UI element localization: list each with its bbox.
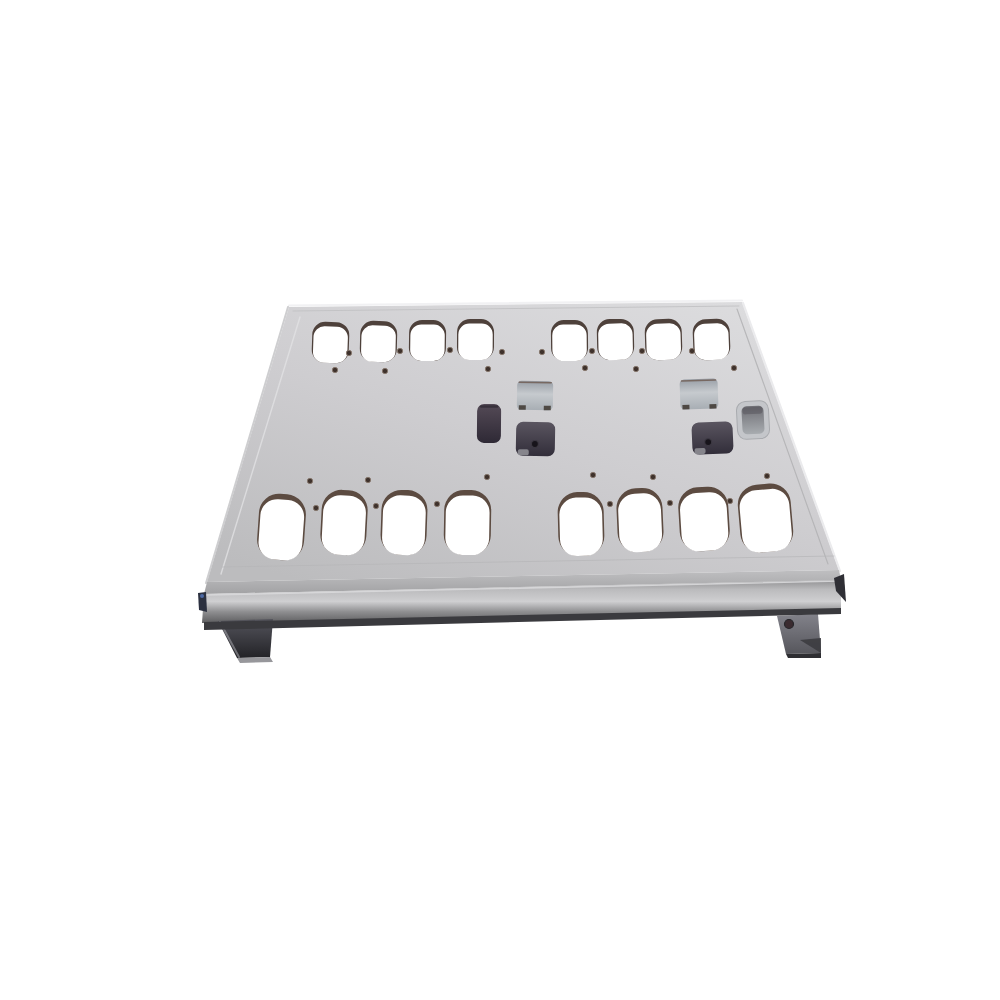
rivet-hole	[667, 500, 672, 505]
leg-rivet	[785, 620, 794, 629]
obround-cutout-bottom	[677, 486, 731, 553]
rivet-hole	[373, 503, 378, 508]
cutout-opening	[552, 324, 587, 361]
obround-cutout-bottom	[256, 492, 307, 561]
cutout-opening	[617, 493, 662, 553]
obround-cutout-top	[551, 320, 588, 361]
cutout-opening	[598, 323, 633, 360]
plate-render-root	[198, 301, 846, 664]
obround-cutout-top	[597, 319, 635, 361]
formed-tab-light	[679, 378, 718, 409]
tab-foot	[544, 406, 551, 411]
tab-hole	[705, 439, 712, 446]
tab-foot	[682, 405, 689, 410]
obround-cutout-top	[457, 319, 494, 360]
rivet-hole	[639, 348, 644, 353]
framed-slot	[736, 400, 770, 440]
rivet-hole	[434, 501, 439, 506]
cutout-opening	[458, 323, 493, 360]
obround-cutout-top	[360, 321, 398, 363]
tab-lance-line	[519, 382, 551, 383]
formed-tab-dark	[516, 422, 556, 457]
rivet-hole	[485, 366, 490, 371]
cutout-opening	[738, 487, 793, 554]
rivet-hole	[589, 348, 594, 353]
cutout-opening	[321, 494, 367, 556]
rivet-hole	[727, 498, 732, 503]
formed-tab-light	[517, 381, 554, 411]
rivet-hole	[332, 367, 337, 372]
cutout-opening	[679, 491, 729, 552]
obround-cutout-bottom	[736, 482, 795, 554]
cutout-opening	[410, 324, 445, 361]
rivet-hole	[689, 348, 694, 353]
obround-cutout-bottom	[443, 490, 491, 556]
obround-cutout-top	[644, 318, 682, 360]
cutout-opening	[646, 323, 681, 361]
rect-cutout-dark	[477, 404, 501, 443]
rivet-hole	[650, 474, 655, 479]
rivet-hole	[397, 348, 402, 353]
cutout-opening	[694, 323, 730, 361]
flange-cap-glint	[200, 594, 204, 598]
rivet-hole	[764, 473, 769, 478]
cutout-opening	[257, 498, 305, 561]
cutout-opening	[559, 497, 603, 557]
obround-cutout-top	[692, 318, 731, 360]
product-photo-svg	[40, 16, 1000, 1000]
rivet-hole	[582, 365, 587, 370]
obround-cutout-bottom	[319, 489, 368, 556]
rivet-hole	[607, 501, 612, 506]
rivet-hole	[307, 478, 312, 483]
tab-foot	[519, 405, 526, 410]
product-photo: Angled product photograph of a light gre…	[40, 16, 1000, 1000]
rivet-hole	[346, 350, 351, 355]
cutout-opening	[361, 325, 396, 362]
left-leg-foot	[237, 657, 273, 663]
cutout-opening	[445, 495, 490, 555]
rivet-hole	[590, 472, 595, 477]
slot-top-shadow	[742, 406, 762, 414]
obround-cutout-bottom	[557, 491, 605, 556]
obround-cutout-top	[409, 320, 447, 362]
rivet-hole	[365, 477, 370, 482]
rivet-hole	[447, 347, 452, 352]
rivet-hole	[499, 349, 504, 354]
tab-foot-highlight	[694, 448, 705, 454]
rivet-hole	[539, 349, 544, 354]
tab-hole	[531, 441, 538, 448]
formed-tab-dark	[691, 421, 733, 455]
rivet-hole	[633, 366, 638, 371]
rivet-hole	[731, 365, 736, 370]
cutout-opening	[313, 326, 349, 364]
rivet-hole	[382, 368, 387, 373]
obround-cutout-bottom	[616, 487, 665, 553]
rivet-hole	[484, 474, 489, 479]
obround-cutout-top	[311, 321, 349, 363]
tab-foot	[709, 404, 716, 409]
tab-foot-highlight	[518, 449, 529, 455]
cutout-opening	[381, 495, 426, 556]
rivet-hole	[313, 505, 318, 510]
dark-cutout-face	[477, 404, 501, 443]
obround-cutout-bottom	[380, 489, 428, 556]
